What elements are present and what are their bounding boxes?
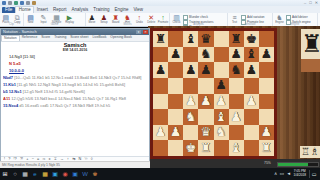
move-block[interactable]: 10.0-0-0 — [3, 68, 146, 73]
move-block[interactable]: 15.Nxc4 d5 16.exd5 cxd5 17.Na5 Qc7 18.Nb… — [3, 103, 146, 108]
square-g4[interactable]: ♟ — [244, 94, 259, 110]
background-photo-rook-fragment: ♜ — [301, 29, 320, 59]
square-h3[interactable] — [259, 109, 274, 125]
progress-bar-fill — [278, 163, 308, 167]
board-icon[interactable] — [32, 1, 36, 5]
square-f6[interactable]: ♞ — [229, 62, 244, 78]
square-f8[interactable]: ♜ — [229, 31, 244, 47]
square-b7[interactable]: ♟ — [168, 47, 183, 63]
panel-tab-reference[interactable]: Reference — [20, 35, 40, 41]
square-f7[interactable]: ♟ — [229, 47, 244, 63]
white-pawn[interactable]: ♟ — [215, 95, 226, 108]
progress-percent: 75% — [264, 161, 271, 166]
black-rook[interactable]: ♜ — [231, 33, 242, 46]
white-knight[interactable]: ♞ — [215, 126, 226, 139]
progress-strip: 75% — [150, 159, 320, 168]
square-f5[interactable] — [229, 78, 244, 94]
ribbon-group-moves: ♟Move♟Setup♜Board♞Hint↑Undo✕Delete↑Promo… — [86, 13, 170, 26]
notifications-icon[interactable]: ▭ — [309, 170, 318, 178]
word-icon[interactable]: W — [80, 169, 90, 179]
game-header: Samisch EM 14.01.2016 — [1, 42, 149, 53]
ribbon-group-engine: ♞EngineAdd kibitzerSwitch engineEngine — [273, 13, 318, 26]
ribbon-group-caption: Clip — [0, 23, 23, 26]
square-h6[interactable] — [259, 62, 274, 78]
white-pawn[interactable]: ♟ — [200, 95, 211, 108]
tray-volume-icon[interactable]: ◄ — [287, 168, 291, 180]
square-c5[interactable] — [183, 78, 198, 94]
panel-tab-opening-book[interactable]: Opening Book — [108, 35, 134, 41]
black-queen[interactable]: ♛ — [200, 33, 211, 46]
square-e3[interactable]: ♝ — [214, 109, 229, 125]
move-block[interactable]: A11 12.Qg5 h5/6 13.Nd3 bxc4 14.Nxc4 Nb6 … — [3, 96, 146, 101]
white-pawn[interactable]: ♟ — [185, 95, 196, 108]
panel-tab-training[interactable]: Training — [52, 35, 68, 41]
ribbon-group-analysis: ▥CheckBlunder checkTraining questionsThr… — [170, 13, 228, 26]
square-a2[interactable]: ♟ — [153, 125, 168, 141]
square-b6[interactable] — [168, 62, 183, 78]
move-block[interactable]: 11.Kb1 [11.g5 Nh5 12.Ng3 Nxg3 13.hxg3 b5… — [3, 82, 146, 87]
square-d2[interactable]: ♛ — [198, 125, 213, 141]
white-bishop[interactable]: ♝ — [215, 111, 226, 124]
square-g5[interactable] — [244, 78, 259, 94]
square-e1[interactable] — [214, 140, 229, 156]
panel-tab-score-sheet[interactable]: Score sheet — [68, 35, 90, 41]
white-bishop[interactable]: ♝ — [231, 142, 242, 155]
square-a4[interactable] — [153, 94, 168, 110]
tray-expand-icon[interactable]: ∧ — [274, 168, 277, 180]
background-photo-square-fragment — [301, 59, 320, 72]
square-c7[interactable] — [183, 47, 198, 63]
white-rook[interactable]: ♜ — [261, 142, 272, 155]
move-list[interactable]: 14.Ng3 [11:34]N 5.a510.0-0-0Nbd7 [10...Q… — [3, 54, 146, 157]
square-h7[interactable]: ♟ — [259, 47, 274, 63]
undo-icon[interactable] — [20, 1, 24, 5]
square-h8[interactable] — [259, 31, 274, 47]
square-a3[interactable] — [153, 109, 168, 125]
black-pawn[interactable]: ♟ — [215, 79, 226, 92]
square-b2[interactable]: ♟ — [168, 125, 183, 141]
notation-panel: Notation - Samisch ▾ ✕ NotationReference… — [0, 28, 150, 161]
panel-tab-livebook[interactable]: LiveBook — [90, 35, 108, 41]
panel-tab-score[interactable]: Score — [39, 35, 52, 41]
taskbar-clock[interactable]: 7:05 PM 1/4/2018 — [294, 170, 306, 177]
white-pawn[interactable]: ♟ — [261, 126, 272, 139]
explorer-icon[interactable]: ▦ — [40, 169, 50, 179]
chessbase-icon[interactable]: ♚ — [90, 169, 100, 179]
panel-menu-button[interactable]: ▾ — [136, 30, 141, 34]
square-d4[interactable]: ♟ — [198, 94, 213, 110]
square-c1[interactable]: ♚ — [183, 140, 198, 156]
white-knight[interactable]: ♞ — [185, 111, 196, 124]
black-pawn[interactable]: ♟ — [246, 64, 257, 77]
taskbar-icons[interactable]: ⊞○▦e▦▣◉▣W♚ — [0, 169, 100, 179]
move-block[interactable]: Nbd7 [10...Qa5 11.Kb1 b5 12.Nc1 exd4 13.… — [3, 75, 146, 80]
white-rook[interactable]: ♜ — [200, 142, 211, 155]
square-b4[interactable] — [168, 94, 183, 110]
square-c8[interactable]: ♝ — [183, 31, 198, 47]
chess-board-frame: ♜♝♛♜♚♟♞♟♝♟♟♟♟♞♟♟♟♟♟♟♞♝♟♟♟♛♞♟♚♜♝♜ — [150, 28, 277, 159]
photos-icon[interactable]: ▣ — [70, 169, 80, 179]
square-e4[interactable]: ♟ — [214, 94, 229, 110]
square-b8[interactable] — [168, 31, 183, 47]
status-bar: Mtl Reg modus Results 4 ply 1 Ngb 35 — [0, 161, 150, 168]
black-pawn[interactable]: ♟ — [170, 48, 181, 61]
square-a8[interactable]: ♜ — [153, 31, 168, 47]
open-icon[interactable] — [8, 1, 12, 5]
progress-bar — [277, 162, 319, 168]
black-bishop[interactable]: ♝ — [185, 33, 196, 46]
square-g2[interactable] — [244, 125, 259, 141]
black-king[interactable]: ♚ — [246, 33, 257, 46]
redo-icon[interactable] — [26, 1, 30, 5]
new-icon[interactable] — [2, 1, 6, 5]
square-f3[interactable]: ♟ — [229, 109, 244, 125]
system-tray[interactable]: ∧▭◄ 7:05 PM 1/4/2018 — [274, 168, 306, 180]
black-bishop[interactable]: ♝ — [246, 48, 257, 61]
square-f1[interactable]: ♝ — [229, 140, 244, 156]
square-e6[interactable] — [214, 62, 229, 78]
ribbon-group-clip: ▤Paste⧉CopyClip — [0, 13, 24, 26]
square-g6[interactable]: ♟ — [244, 62, 259, 78]
notation-panel-tabs: NotationReferenceScoreTrainingScore shee… — [1, 35, 149, 42]
square-h1[interactable]: ♜ — [259, 140, 274, 156]
square-a6[interactable]: ♟ — [153, 62, 168, 78]
background-photo-bottom-fragment: ♖♗ — [300, 146, 320, 158]
square-d1[interactable]: ♜ — [198, 140, 213, 156]
square-f2[interactable] — [229, 125, 244, 141]
square-d7[interactable]: ♞ — [198, 47, 213, 63]
black-pawn[interactable]: ♟ — [261, 48, 272, 61]
white-pawn[interactable]: ♟ — [246, 95, 257, 108]
square-b3[interactable] — [168, 109, 183, 125]
white-pawn[interactable]: ♟ — [170, 126, 181, 139]
square-h5[interactable] — [259, 78, 274, 94]
ribbon: ▤Paste⧉CopyClip▤New✎Input▦Sample▶ReplayG… — [0, 13, 320, 27]
square-c4[interactable]: ♟ — [183, 94, 198, 110]
black-knight[interactable]: ♞ — [231, 64, 242, 77]
move-block[interactable]: 14.Ng3 [11:34] — [3, 54, 146, 59]
square-c3[interactable]: ♞ — [183, 109, 198, 125]
square-a5[interactable] — [153, 78, 168, 94]
chrome-icon[interactable]: ◉ — [60, 169, 70, 179]
square-b1[interactable] — [168, 140, 183, 156]
start-icon[interactable]: ⊞ — [0, 169, 10, 179]
square-h4[interactable] — [259, 94, 274, 110]
black-rook[interactable]: ♜ — [155, 33, 166, 46]
search-icon[interactable]: ○ — [10, 169, 20, 179]
square-c2[interactable] — [183, 125, 198, 141]
game-date: EM 14.01.2016 — [1, 48, 149, 53]
white-king[interactable]: ♚ — [185, 142, 196, 155]
square-h2[interactable]: ♟ — [259, 125, 274, 141]
square-d8[interactable]: ♛ — [198, 31, 213, 47]
square-e5[interactable]: ♟ — [214, 78, 229, 94]
black-pawn[interactable]: ♟ — [231, 48, 242, 61]
square-g3[interactable] — [244, 109, 259, 125]
square-g1[interactable] — [244, 140, 259, 156]
square-d6[interactable]: ♟ — [198, 62, 213, 78]
black-pawn[interactable]: ♟ — [200, 64, 211, 77]
square-e8[interactable] — [214, 31, 229, 47]
ribbon-group-caption: Game — [24, 23, 85, 26]
black-knight[interactable]: ♞ — [200, 48, 211, 61]
chess-board[interactable]: ♜♝♛♜♚♟♞♟♝♟♟♟♟♞♟♟♟♟♟♟♞♝♟♟♟♛♞♟♚♜♝♜ — [153, 31, 274, 156]
square-d3[interactable] — [198, 109, 213, 125]
task-view-icon[interactable]: ▦ — [20, 169, 30, 179]
square-g7[interactable]: ♝ — [244, 47, 259, 63]
quick-access-toolbar[interactable] — [2, 1, 36, 5]
edge-icon[interactable]: e — [30, 169, 40, 179]
ribbon-group-annotate: ≡TextAdd variationPromote lineAnnotate — [228, 13, 273, 26]
square-c6[interactable]: ♟ — [183, 62, 198, 78]
white-pawn[interactable]: ♟ — [231, 111, 242, 124]
move-block[interactable]: b5 12.Nc1 [12.g5 Ne8 13.h4 f5 14.gxf6 Ne… — [3, 89, 146, 94]
panel-tab-notation[interactable]: Notation — [1, 35, 20, 41]
square-b5[interactable] — [168, 78, 183, 94]
black-pawn[interactable]: ♟ — [185, 64, 196, 77]
square-f4[interactable] — [229, 94, 244, 110]
move-block[interactable]: N 5.a5 — [3, 61, 146, 66]
ribbon-group-game: ▤New✎Input▦Sample▶ReplayGame — [24, 13, 86, 26]
white-queen[interactable]: ♛ — [200, 126, 211, 139]
tray-network-icon[interactable]: ▭ — [280, 168, 284, 180]
square-d5[interactable] — [198, 78, 213, 94]
white-pawn[interactable]: ♟ — [155, 126, 166, 139]
square-e2[interactable]: ♞ — [214, 125, 229, 141]
taskbar: ⊞○▦e▦▣◉▣W♚ ∧▭◄ 7:05 PM 1/4/2018 ▭ — [0, 168, 320, 180]
save-icon[interactable] — [14, 1, 18, 5]
square-a7[interactable] — [153, 47, 168, 63]
ribbon-tab-home[interactable]: Home — [15, 6, 34, 13]
square-e7[interactable] — [214, 47, 229, 63]
panel-close-button[interactable]: ✕ — [143, 30, 148, 34]
store-icon[interactable]: ▣ — [50, 169, 60, 179]
black-pawn[interactable]: ♟ — [155, 64, 166, 77]
square-a1[interactable] — [153, 140, 168, 156]
square-g8[interactable]: ♚ — [244, 31, 259, 47]
